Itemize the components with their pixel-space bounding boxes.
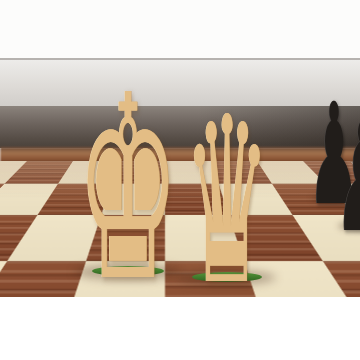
background-wall	[0, 58, 360, 108]
wall-edge-line	[0, 58, 360, 60]
white-queen-piece: ♛	[184, 87, 271, 297]
white-king-piece: ♚	[77, 61, 180, 297]
product-photo-scene: ♚ ♛ ♟ ♟	[0, 0, 360, 360]
letterbox-top	[0, 0, 360, 58]
photo-area: ♚ ♛ ♟ ♟	[0, 58, 360, 297]
black-pawn-piece-cropped: ♟	[335, 103, 360, 253]
letterbox-bottom	[0, 297, 360, 360]
dark-table-ledge	[0, 106, 360, 148]
board-square	[0, 261, 86, 297]
